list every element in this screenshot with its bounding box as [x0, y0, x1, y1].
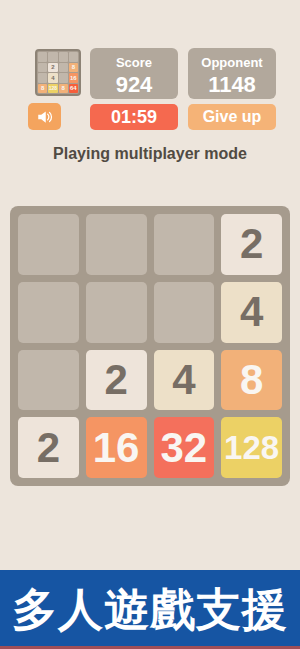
tile-128: 128 [221, 417, 282, 478]
opponent-box: Opponent 1148 [188, 48, 276, 99]
tile-2: 2 [86, 350, 147, 411]
empty-cell [59, 73, 68, 83]
empty-cell [38, 63, 47, 73]
promo-banner: 多人遊戲支援 [0, 570, 300, 649]
timer-display: 01:59 [90, 104, 178, 130]
tile-64: 64 [69, 84, 78, 94]
empty-cell [48, 52, 57, 62]
score-label: Score [90, 55, 178, 70]
empty-cell [59, 52, 68, 62]
sound-button[interactable] [28, 103, 61, 130]
tile-2: 2 [18, 417, 79, 478]
empty-cell [154, 214, 215, 275]
empty-cell [59, 63, 68, 73]
opponent-value: 1148 [188, 72, 276, 98]
empty-cell [86, 282, 147, 343]
empty-cell [18, 282, 79, 343]
tile-8: 8 [59, 84, 68, 94]
tile-128: 128 [48, 84, 57, 94]
tile-16: 16 [69, 73, 78, 83]
tile-16: 16 [86, 417, 147, 478]
tile-4: 4 [221, 282, 282, 343]
opponent-label: Opponent [188, 55, 276, 70]
empty-cell [86, 214, 147, 275]
app-screen: 284168128864 Score 924 Opponent 1148 01:… [0, 0, 300, 649]
score-value: 924 [90, 72, 178, 98]
tile-8: 8 [38, 84, 47, 94]
tile-4: 4 [48, 73, 57, 83]
score-box: Score 924 [90, 48, 178, 99]
tile-8: 8 [221, 350, 282, 411]
empty-cell [38, 52, 47, 62]
status-text: Playing multiplayer mode [0, 145, 300, 163]
give-up-button[interactable]: Give up [188, 104, 276, 130]
tile-2: 2 [48, 63, 57, 73]
speaker-icon [36, 108, 54, 126]
empty-cell [38, 73, 47, 83]
empty-cell [18, 350, 79, 411]
tile-2: 2 [221, 214, 282, 275]
tile-8: 8 [69, 63, 78, 73]
tile-32: 32 [154, 417, 215, 478]
empty-cell [154, 282, 215, 343]
game-board[interactable]: 2424821632128 [10, 206, 290, 486]
empty-cell [18, 214, 79, 275]
opponent-mini-board: 284168128864 [35, 49, 81, 96]
promo-banner-text: 多人遊戲支援 [12, 587, 288, 632]
tile-4: 4 [154, 350, 215, 411]
empty-cell [69, 52, 78, 62]
